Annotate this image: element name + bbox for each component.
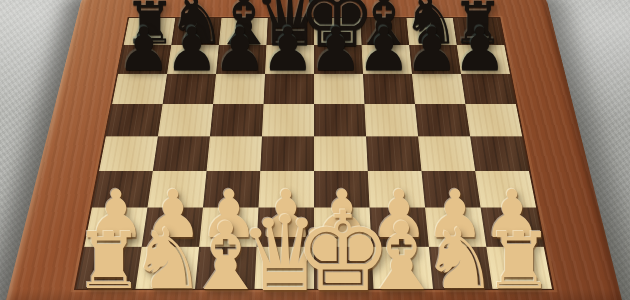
- chess-scene: ♜♞♝♛♚♝♞♜♟♟♟♟♟♟♟♟♟♟♟♟♟♟♟♟♜♞♝♛♚♝♞♜: [0, 0, 630, 300]
- piece-black-pawn-g7[interactable]: ♟: [405, 19, 459, 79]
- piece-white-rook-h1[interactable]: ♜: [484, 222, 554, 300]
- piece-black-pawn-b7[interactable]: ♟: [165, 19, 219, 79]
- piece-black-pawn-c7[interactable]: ♟: [213, 19, 267, 79]
- pieces-layer: ♜♞♝♛♚♝♞♜♟♟♟♟♟♟♟♟♟♟♟♟♟♟♟♟♜♞♝♛♚♝♞♜: [0, 0, 630, 300]
- piece-black-pawn-a7[interactable]: ♟: [117, 19, 171, 79]
- piece-black-pawn-f7[interactable]: ♟: [357, 19, 411, 79]
- piece-black-pawn-e7[interactable]: ♟: [309, 19, 363, 79]
- piece-black-pawn-d7[interactable]: ♟: [261, 19, 315, 79]
- piece-black-pawn-h7[interactable]: ♟: [453, 19, 507, 79]
